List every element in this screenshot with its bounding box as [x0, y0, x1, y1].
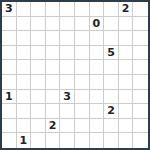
cell-r3c3[interactable]: [46, 46, 61, 61]
cell-r9c8[interactable]: [119, 133, 134, 148]
cell-r0c7[interactable]: [104, 2, 119, 17]
cell-r1c3[interactable]: [46, 17, 61, 32]
cell-r3c9[interactable]: [133, 46, 148, 61]
cell-r5c8[interactable]: [119, 75, 134, 90]
cell-r5c2[interactable]: [31, 75, 46, 90]
cell-r4c0[interactable]: [2, 60, 17, 75]
cell-r4c4[interactable]: [60, 60, 75, 75]
clue-cell-r0c8: 2: [119, 2, 134, 17]
cell-r0c3[interactable]: [46, 2, 61, 17]
cell-r4c8[interactable]: [119, 60, 134, 75]
clue-cell-r6c0: 1: [2, 90, 17, 105]
cell-r3c1[interactable]: [17, 46, 32, 61]
cell-r9c9[interactable]: [133, 133, 148, 148]
cell-r2c3[interactable]: [46, 31, 61, 46]
cell-r1c4[interactable]: [60, 17, 75, 32]
cell-r9c7[interactable]: [104, 133, 119, 148]
cell-r4c5[interactable]: [75, 60, 90, 75]
cell-r7c6[interactable]: [90, 104, 105, 119]
cell-r9c3[interactable]: [46, 133, 61, 148]
cell-r2c8[interactable]: [119, 31, 134, 46]
cell-r9c5[interactable]: [75, 133, 90, 148]
cell-r2c1[interactable]: [17, 31, 32, 46]
cell-r0c4[interactable]: [60, 2, 75, 17]
cell-r8c4[interactable]: [60, 119, 75, 134]
cell-r9c0[interactable]: [2, 133, 17, 148]
cell-r6c5[interactable]: [75, 90, 90, 105]
cell-r1c7[interactable]: [104, 17, 119, 32]
cell-r9c2[interactable]: [31, 133, 46, 148]
puzzle-board: 320513221: [0, 0, 150, 150]
cell-r1c9[interactable]: [133, 17, 148, 32]
cell-r3c8[interactable]: [119, 46, 134, 61]
cell-r8c6[interactable]: [90, 119, 105, 134]
cell-r2c6[interactable]: [90, 31, 105, 46]
cell-r3c6[interactable]: [90, 46, 105, 61]
cell-r6c8[interactable]: [119, 90, 134, 105]
cell-r0c1[interactable]: [17, 2, 32, 17]
cell-r8c2[interactable]: [31, 119, 46, 134]
cell-r4c3[interactable]: [46, 60, 61, 75]
cell-r4c1[interactable]: [17, 60, 32, 75]
cell-r7c8[interactable]: [119, 104, 134, 119]
cell-r8c9[interactable]: [133, 119, 148, 134]
cell-r2c2[interactable]: [31, 31, 46, 46]
cell-r7c2[interactable]: [31, 104, 46, 119]
cell-r5c0[interactable]: [2, 75, 17, 90]
clue-cell-r8c3: 2: [46, 119, 61, 134]
cell-r6c1[interactable]: [17, 90, 32, 105]
cell-r9c4[interactable]: [60, 133, 75, 148]
cell-r3c0[interactable]: [2, 46, 17, 61]
cell-r4c6[interactable]: [90, 60, 105, 75]
cell-r2c0[interactable]: [2, 31, 17, 46]
cell-r6c9[interactable]: [133, 90, 148, 105]
cell-r8c1[interactable]: [17, 119, 32, 134]
cell-r1c5[interactable]: [75, 17, 90, 32]
cell-r2c4[interactable]: [60, 31, 75, 46]
cell-r5c1[interactable]: [17, 75, 32, 90]
cell-r7c0[interactable]: [2, 104, 17, 119]
cell-r1c1[interactable]: [17, 17, 32, 32]
cell-r1c8[interactable]: [119, 17, 134, 32]
cell-r3c2[interactable]: [31, 46, 46, 61]
cell-r8c0[interactable]: [2, 119, 17, 134]
cell-r5c9[interactable]: [133, 75, 148, 90]
clue-cell-r0c0: 3: [2, 2, 17, 17]
cell-r7c4[interactable]: [60, 104, 75, 119]
cell-r6c2[interactable]: [31, 90, 46, 105]
cell-r6c7[interactable]: [104, 90, 119, 105]
cell-r3c4[interactable]: [60, 46, 75, 61]
clue-cell-r7c7: 2: [104, 104, 119, 119]
cell-r4c7[interactable]: [104, 60, 119, 75]
cell-r8c5[interactable]: [75, 119, 90, 134]
cell-r5c7[interactable]: [104, 75, 119, 90]
clue-cell-r1c6: 0: [90, 17, 105, 32]
clue-cell-r3c7: 5: [104, 46, 119, 61]
cell-r2c9[interactable]: [133, 31, 148, 46]
cell-r0c5[interactable]: [75, 2, 90, 17]
cell-r6c3[interactable]: [46, 90, 61, 105]
cell-r0c2[interactable]: [31, 2, 46, 17]
cell-r5c3[interactable]: [46, 75, 61, 90]
cell-r7c9[interactable]: [133, 104, 148, 119]
cell-r9c6[interactable]: [90, 133, 105, 148]
cell-r0c9[interactable]: [133, 2, 148, 17]
cell-r6c6[interactable]: [90, 90, 105, 105]
cell-r0c6[interactable]: [90, 2, 105, 17]
cell-r8c8[interactable]: [119, 119, 134, 134]
cell-r7c5[interactable]: [75, 104, 90, 119]
cell-r3c5[interactable]: [75, 46, 90, 61]
cell-r1c2[interactable]: [31, 17, 46, 32]
cell-r2c5[interactable]: [75, 31, 90, 46]
cell-r7c3[interactable]: [46, 104, 61, 119]
cell-r7c1[interactable]: [17, 104, 32, 119]
cell-r1c0[interactable]: [2, 17, 17, 32]
clue-cell-r6c4: 3: [60, 90, 75, 105]
cell-r4c9[interactable]: [133, 60, 148, 75]
cell-r8c7[interactable]: [104, 119, 119, 134]
clue-cell-r9c1: 1: [17, 133, 32, 148]
cell-r4c2[interactable]: [31, 60, 46, 75]
cell-r5c6[interactable]: [90, 75, 105, 90]
cell-r2c7[interactable]: [104, 31, 119, 46]
cell-r5c5[interactable]: [75, 75, 90, 90]
cell-r5c4[interactable]: [60, 75, 75, 90]
